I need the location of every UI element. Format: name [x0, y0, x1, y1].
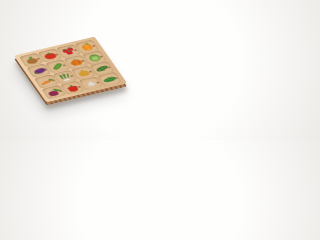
finger-hole	[80, 59, 84, 61]
finger-hole	[36, 57, 40, 59]
finger-hole	[88, 70, 92, 72]
finger-hole	[54, 53, 58, 55]
finger-hole	[114, 77, 118, 79]
puzzle-board-wrap	[13, 36, 126, 102]
finger-hole	[95, 81, 99, 83]
finger-hole	[62, 64, 66, 66]
finger-hole	[107, 66, 111, 68]
finger-hole	[99, 55, 103, 57]
finger-hole	[92, 44, 96, 46]
finger-hole	[77, 85, 81, 87]
finger-hole	[73, 49, 77, 51]
finger-hole	[51, 79, 55, 81]
finger-hole	[58, 90, 62, 92]
finger-hole	[43, 68, 47, 70]
finger-hole	[69, 74, 73, 76]
puzzle-board	[13, 36, 126, 102]
